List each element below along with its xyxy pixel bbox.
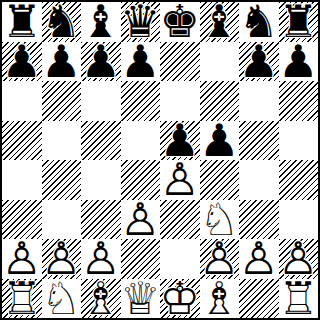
square-e8[interactable]: ♚♚ — [160, 2, 200, 42]
square-c1[interactable]: ♝♗ — [81, 279, 121, 319]
piece-black-pawn: ♟♟ — [279, 42, 319, 82]
square-a1[interactable]: ♜♖ — [2, 279, 42, 319]
square-f5[interactable]: ♟♟ — [200, 121, 240, 161]
square-e4[interactable]: ♟♙ — [160, 160, 200, 200]
square-e1[interactable]: ♚♔ — [160, 279, 200, 319]
piece-glyph: ♖ — [2, 279, 42, 319]
square-a4[interactable] — [2, 160, 42, 200]
piece-black-pawn: ♟♟ — [42, 42, 82, 82]
square-e7[interactable] — [160, 42, 200, 82]
square-h1[interactable]: ♜♖ — [279, 279, 319, 319]
piece-white-pawn: ♟♙ — [239, 239, 279, 279]
square-f1[interactable]: ♝♗ — [200, 279, 240, 319]
piece-black-bishop: ♝♝ — [200, 2, 240, 42]
piece-white-pawn: ♟♙ — [160, 160, 200, 200]
square-h4[interactable] — [279, 160, 319, 200]
piece-white-knight: ♞♘ — [42, 279, 82, 319]
square-g5[interactable] — [239, 121, 279, 161]
square-b6[interactable] — [42, 81, 82, 121]
piece-glyph: ♕ — [121, 279, 161, 319]
square-b7[interactable]: ♟♟ — [42, 42, 82, 82]
piece-black-pawn: ♟♟ — [2, 42, 42, 82]
piece-glyph: ♟ — [279, 42, 319, 82]
piece-black-pawn: ♟♟ — [200, 121, 240, 161]
square-d3[interactable]: ♟♙ — [121, 200, 161, 240]
piece-black-pawn: ♟♟ — [239, 42, 279, 82]
piece-glyph: ♟ — [42, 42, 82, 82]
square-c5[interactable] — [81, 121, 121, 161]
piece-glyph: ♟ — [239, 42, 279, 82]
square-d1[interactable]: ♛♕ — [121, 279, 161, 319]
square-f7[interactable] — [200, 42, 240, 82]
piece-black-king: ♚♚ — [160, 2, 200, 42]
piece-white-bishop: ♝♗ — [200, 279, 240, 319]
square-g2[interactable]: ♟♙ — [239, 239, 279, 279]
piece-black-pawn: ♟♟ — [81, 42, 121, 82]
square-d6[interactable] — [121, 81, 161, 121]
piece-black-pawn: ♟♟ — [121, 42, 161, 82]
piece-white-king: ♚♔ — [160, 279, 200, 319]
square-g7[interactable]: ♟♟ — [239, 42, 279, 82]
piece-glyph: ♟ — [121, 42, 161, 82]
square-c7[interactable]: ♟♟ — [81, 42, 121, 82]
square-a7[interactable]: ♟♟ — [2, 42, 42, 82]
square-g1[interactable] — [239, 279, 279, 319]
piece-glyph: ♘ — [42, 279, 82, 319]
piece-glyph: ♔ — [160, 279, 200, 319]
piece-glyph: ♙ — [121, 200, 161, 240]
piece-glyph: ♟ — [200, 121, 240, 161]
square-c6[interactable] — [81, 81, 121, 121]
square-d7[interactable]: ♟♟ — [121, 42, 161, 82]
square-e3[interactable] — [160, 200, 200, 240]
piece-glyph: ♟ — [81, 42, 121, 82]
chess-board: ♜♜♞♞♝♝♛♛♚♚♝♝♞♞♜♜♟♟♟♟♟♟♟♟♟♟♟♟♟♟♟♟♟♙♟♙♞♘♟♙… — [0, 0, 320, 320]
piece-glyph: ♙ — [160, 160, 200, 200]
piece-glyph: ♚ — [160, 2, 200, 42]
piece-white-bishop: ♝♗ — [81, 279, 121, 319]
piece-white-rook: ♜♖ — [2, 279, 42, 319]
square-g4[interactable] — [239, 160, 279, 200]
square-h6[interactable] — [279, 81, 319, 121]
piece-white-pawn: ♟♙ — [121, 200, 161, 240]
piece-glyph: ♟ — [2, 42, 42, 82]
piece-glyph: ♗ — [200, 279, 240, 319]
piece-white-queen: ♛♕ — [121, 279, 161, 319]
square-f8[interactable]: ♝♝ — [200, 2, 240, 42]
square-g6[interactable] — [239, 81, 279, 121]
square-h5[interactable] — [279, 121, 319, 161]
square-c4[interactable] — [81, 160, 121, 200]
square-b5[interactable] — [42, 121, 82, 161]
piece-glyph: ♖ — [279, 279, 319, 319]
square-a6[interactable] — [2, 81, 42, 121]
piece-glyph: ♙ — [239, 239, 279, 279]
square-b1[interactable]: ♞♘ — [42, 279, 82, 319]
square-a5[interactable] — [2, 121, 42, 161]
piece-glyph: ♗ — [81, 279, 121, 319]
square-b4[interactable] — [42, 160, 82, 200]
piece-glyph: ♝ — [200, 2, 240, 42]
piece-white-rook: ♜♖ — [279, 279, 319, 319]
square-d5[interactable] — [121, 121, 161, 161]
square-h7[interactable]: ♟♟ — [279, 42, 319, 82]
